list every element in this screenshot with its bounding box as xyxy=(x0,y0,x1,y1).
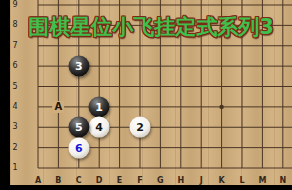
star-point-K4 xyxy=(219,105,223,109)
row-label-6: 6 xyxy=(12,62,17,70)
col-label-L: L xyxy=(239,177,244,185)
col-label-H: H xyxy=(177,177,184,185)
go-app-screen: ABCDEFGHJKLMN123456789 123456A 围棋星位小飞挂定式… xyxy=(0,0,292,190)
video-title: 围棋星位小飞挂定式系列3 xyxy=(10,15,292,39)
col-label-E: E xyxy=(117,177,122,185)
row-label-2: 2 xyxy=(12,144,17,152)
stone-black-3-C6: 3 xyxy=(68,56,89,77)
col-label-F: F xyxy=(137,177,142,185)
row-label-3: 3 xyxy=(12,123,17,131)
stone-white-4-D3: 4 xyxy=(89,117,110,138)
move-number: 4 xyxy=(95,122,103,133)
move-number: 2 xyxy=(136,122,144,133)
bottom-black-bar xyxy=(0,185,292,190)
col-label-A: A xyxy=(35,177,41,185)
board-marker-A-B4: A xyxy=(53,101,65,113)
move-number: 1 xyxy=(95,101,103,112)
left-black-bar xyxy=(0,0,10,190)
col-label-M: M xyxy=(258,177,266,185)
move-number: 3 xyxy=(75,61,83,72)
col-label-G: G xyxy=(157,177,164,185)
row-label-4: 4 xyxy=(12,103,17,111)
stone-white-2-F3: 2 xyxy=(130,117,151,138)
move-number: 5 xyxy=(75,122,83,133)
stone-white-6-C2: 6 xyxy=(68,137,89,158)
move-number: 6 xyxy=(75,142,83,153)
col-label-N: N xyxy=(279,177,286,185)
row-label-1: 1 xyxy=(12,164,17,172)
col-label-B: B xyxy=(55,177,61,185)
col-label-J: J xyxy=(200,177,203,185)
row-label-7: 7 xyxy=(12,42,17,50)
row-label-9: 9 xyxy=(12,1,17,9)
stone-black-1-D4: 1 xyxy=(89,96,110,117)
col-label-C: C xyxy=(76,177,82,185)
stone-black-5-C3: 5 xyxy=(68,117,89,138)
col-label-D: D xyxy=(96,177,103,185)
col-label-K: K xyxy=(218,177,224,185)
row-label-5: 5 xyxy=(12,83,17,91)
